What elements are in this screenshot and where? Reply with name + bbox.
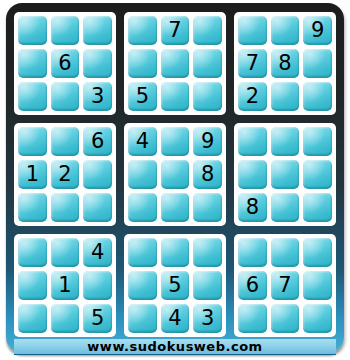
- cell-r6c7[interactable]: 8: [238, 193, 267, 222]
- cell-r3c1[interactable]: [18, 82, 47, 111]
- box-r2c3: 8: [234, 123, 336, 226]
- cell-r8c4[interactable]: [128, 271, 157, 300]
- cell-r8c7[interactable]: 6: [238, 271, 267, 300]
- cell-r3c6[interactable]: [193, 82, 222, 111]
- cell-r6c5[interactable]: [161, 193, 190, 222]
- cell-r2c1[interactable]: [18, 49, 47, 78]
- sudoku-board: 63759782612498841554367: [14, 12, 336, 337]
- cell-r2c6[interactable]: [193, 49, 222, 78]
- cell-r5c3[interactable]: [83, 160, 112, 189]
- cell-r7c9[interactable]: [303, 238, 332, 267]
- cell-r3c3[interactable]: 3: [83, 82, 112, 111]
- cell-r2c5[interactable]: [161, 49, 190, 78]
- cell-r7c4[interactable]: [128, 238, 157, 267]
- cell-r9c1[interactable]: [18, 304, 47, 333]
- site-url: www.sudokusweb.com: [87, 339, 262, 354]
- box-r3c2: 543: [124, 234, 226, 337]
- box-r1c3: 9782: [234, 12, 336, 115]
- cell-r5c8[interactable]: [271, 160, 300, 189]
- cell-r7c7[interactable]: [238, 238, 267, 267]
- footer-bar: www.sudokusweb.com: [14, 339, 336, 355]
- cell-r3c9[interactable]: [303, 82, 332, 111]
- cell-r6c8[interactable]: [271, 193, 300, 222]
- cell-r1c6[interactable]: [193, 16, 222, 45]
- cell-r8c8[interactable]: 7: [271, 271, 300, 300]
- cell-r9c7[interactable]: [238, 304, 267, 333]
- cell-r1c5[interactable]: 7: [161, 16, 190, 45]
- cell-r6c2[interactable]: [51, 193, 80, 222]
- cell-r6c3[interactable]: [83, 193, 112, 222]
- cell-r4c6[interactable]: 9: [193, 127, 222, 156]
- cell-r4c5[interactable]: [161, 127, 190, 156]
- cell-r4c8[interactable]: [271, 127, 300, 156]
- cell-r4c3[interactable]: 6: [83, 127, 112, 156]
- cell-r9c6[interactable]: 3: [193, 304, 222, 333]
- cell-r9c2[interactable]: [51, 304, 80, 333]
- cell-r9c4[interactable]: [128, 304, 157, 333]
- box-r2c1: 612: [14, 123, 116, 226]
- cell-r5c9[interactable]: [303, 160, 332, 189]
- cell-r7c8[interactable]: [271, 238, 300, 267]
- cell-r7c6[interactable]: [193, 238, 222, 267]
- cell-r5c7[interactable]: [238, 160, 267, 189]
- cell-r4c4[interactable]: 4: [128, 127, 157, 156]
- box-r1c1: 63: [14, 12, 116, 115]
- cell-r8c6[interactable]: [193, 271, 222, 300]
- cell-r8c9[interactable]: [303, 271, 332, 300]
- cell-r1c9[interactable]: 9: [303, 16, 332, 45]
- cell-r1c7[interactable]: [238, 16, 267, 45]
- cell-r9c8[interactable]: [271, 304, 300, 333]
- cell-r8c3[interactable]: [83, 271, 112, 300]
- cell-r5c6[interactable]: 8: [193, 160, 222, 189]
- cell-r3c8[interactable]: [271, 82, 300, 111]
- box-r3c1: 415: [14, 234, 116, 337]
- cell-r2c3[interactable]: [83, 49, 112, 78]
- box-r2c2: 498: [124, 123, 226, 226]
- cell-r7c3[interactable]: 4: [83, 238, 112, 267]
- sudoku-widget: 63759782612498841554367 www.sudokusweb.c…: [0, 0, 350, 360]
- cell-r7c1[interactable]: [18, 238, 47, 267]
- cell-r8c2[interactable]: 1: [51, 271, 80, 300]
- cell-r3c7[interactable]: 2: [238, 82, 267, 111]
- cell-r4c1[interactable]: [18, 127, 47, 156]
- cell-r5c5[interactable]: [161, 160, 190, 189]
- cell-r1c4[interactable]: [128, 16, 157, 45]
- cell-r1c3[interactable]: [83, 16, 112, 45]
- cell-r2c7[interactable]: 7: [238, 49, 267, 78]
- cell-r3c4[interactable]: 5: [128, 82, 157, 111]
- cell-r3c2[interactable]: [51, 82, 80, 111]
- cell-r6c9[interactable]: [303, 193, 332, 222]
- cell-r1c8[interactable]: [271, 16, 300, 45]
- cell-r4c9[interactable]: [303, 127, 332, 156]
- cell-r2c9[interactable]: [303, 49, 332, 78]
- cell-r5c2[interactable]: 2: [51, 160, 80, 189]
- cell-r2c2[interactable]: 6: [51, 49, 80, 78]
- cell-r6c4[interactable]: [128, 193, 157, 222]
- cell-r3c5[interactable]: [161, 82, 190, 111]
- cell-r7c2[interactable]: [51, 238, 80, 267]
- cell-r2c8[interactable]: 8: [271, 49, 300, 78]
- cell-r9c5[interactable]: 4: [161, 304, 190, 333]
- cell-r1c2[interactable]: [51, 16, 80, 45]
- cell-r4c7[interactable]: [238, 127, 267, 156]
- cell-r8c1[interactable]: [18, 271, 47, 300]
- cell-r1c1[interactable]: [18, 16, 47, 45]
- cell-r4c2[interactable]: [51, 127, 80, 156]
- board-frame: 63759782612498841554367 www.sudokusweb.c…: [6, 3, 344, 353]
- box-r1c2: 75: [124, 12, 226, 115]
- cell-r9c3[interactable]: 5: [83, 304, 112, 333]
- cell-r5c4[interactable]: [128, 160, 157, 189]
- cell-r5c1[interactable]: 1: [18, 160, 47, 189]
- box-r3c3: 67: [234, 234, 336, 337]
- cell-r6c6[interactable]: [193, 193, 222, 222]
- cell-r8c5[interactable]: 5: [161, 271, 190, 300]
- cell-r9c9[interactable]: [303, 304, 332, 333]
- cell-r2c4[interactable]: [128, 49, 157, 78]
- cell-r7c5[interactable]: [161, 238, 190, 267]
- cell-r6c1[interactable]: [18, 193, 47, 222]
